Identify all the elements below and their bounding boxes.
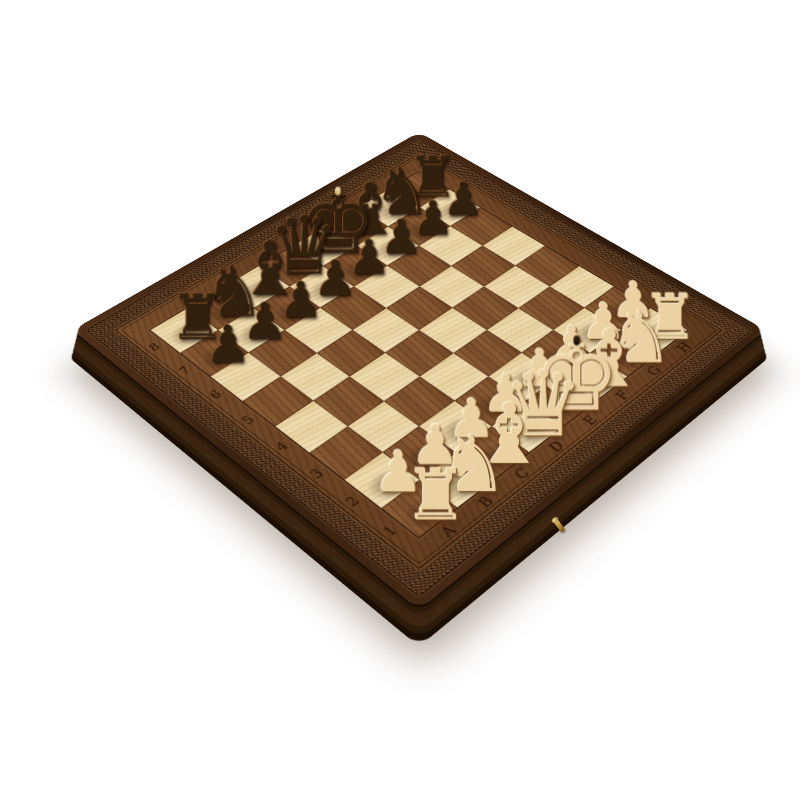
piece-white-rook-a1[interactable]: ♜ [404,463,467,521]
photo-scene: 87654321 ABCDEFGH ♜♞♝♛♚♝♞♜♟♟♟♟♟♟♟♟♟♟♟♟♟♟… [0,0,800,800]
white-rook-glyph: ♜ [404,463,467,528]
piece-black-pawn-a7[interactable]: ♟ [205,321,251,363]
board-grid: ♜♞♝♛♚♝♞♜♟♟♟♟♟♟♟♟♟♟♟♟♟♟♟♟♜♞♝♛♚♝♞♜ [149,171,689,539]
carved-border-band: 87654321 ABCDEFGH ♜♞♝♛♚♝♞♜♟♟♟♟♟♟♟♟♟♟♟♟♟♟… [85,138,753,597]
chess-board: 87654321 ABCDEFGH ♜♞♝♛♚♝♞♜♟♟♟♟♟♟♟♟♟♟♟♟♟♟… [73,132,766,610]
black-pawn-glyph: ♟ [205,321,251,368]
king-finial-light [335,187,341,195]
brass-latch-pin [553,519,565,533]
coordinate-band: 87654321 ABCDEFGH ♜♞♝♛♚♝♞♜♟♟♟♟♟♟♟♟♟♟♟♟♟♟… [115,153,723,569]
